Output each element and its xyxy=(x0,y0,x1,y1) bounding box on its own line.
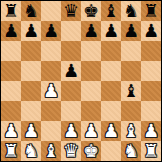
square-e6[interactable] xyxy=(81,41,101,61)
piece-black-knight[interactable]: ♞ xyxy=(23,1,39,21)
square-f5[interactable] xyxy=(101,61,121,81)
square-d6[interactable] xyxy=(61,41,81,61)
square-d5[interactable]: ♟ xyxy=(61,61,81,81)
square-c8[interactable] xyxy=(41,1,61,21)
square-f4[interactable] xyxy=(101,81,121,101)
square-d4[interactable] xyxy=(61,81,81,101)
piece-white-pawn[interactable]: ♟ xyxy=(83,121,99,141)
square-g3[interactable] xyxy=(121,101,141,121)
square-c6[interactable] xyxy=(41,41,61,61)
square-c1[interactable]: ♝ xyxy=(41,141,61,161)
square-c5[interactable] xyxy=(41,61,61,81)
piece-black-bishop[interactable]: ♝ xyxy=(123,81,139,101)
square-e4[interactable] xyxy=(81,81,101,101)
square-b4[interactable] xyxy=(21,81,41,101)
square-e2[interactable]: ♟ xyxy=(81,121,101,141)
square-g8[interactable]: ♞ xyxy=(121,1,141,21)
piece-white-bishop[interactable]: ♝ xyxy=(123,121,139,141)
square-f6[interactable] xyxy=(101,41,121,61)
square-h3[interactable] xyxy=(141,101,161,121)
piece-white-pawn[interactable]: ♟ xyxy=(143,121,159,141)
square-h7[interactable]: ♟ xyxy=(141,21,161,41)
square-f2[interactable]: ♟ xyxy=(101,121,121,141)
piece-white-king[interactable]: ♚ xyxy=(83,141,99,161)
square-a1[interactable]: ♜ xyxy=(1,141,21,161)
piece-white-pawn[interactable]: ♟ xyxy=(103,121,119,141)
square-g7[interactable]: ♟ xyxy=(121,21,141,41)
square-e5[interactable] xyxy=(81,61,101,81)
square-b3[interactable] xyxy=(21,101,41,121)
piece-black-king[interactable]: ♚ xyxy=(83,1,99,21)
square-e3[interactable] xyxy=(81,101,101,121)
square-e7[interactable]: ♟ xyxy=(81,21,101,41)
square-b5[interactable] xyxy=(21,61,41,81)
piece-black-rook[interactable]: ♜ xyxy=(3,1,19,21)
square-b1[interactable]: ♞ xyxy=(21,141,41,161)
square-h1[interactable]: ♜ xyxy=(141,141,161,161)
square-c7[interactable]: ♟ xyxy=(41,21,61,41)
piece-black-pawn[interactable]: ♟ xyxy=(123,21,139,41)
piece-black-pawn[interactable]: ♟ xyxy=(3,21,19,41)
piece-black-pawn[interactable]: ♟ xyxy=(103,21,119,41)
square-g2[interactable]: ♝ xyxy=(121,121,141,141)
square-d1[interactable]: ♛ xyxy=(61,141,81,161)
square-e1[interactable]: ♚ xyxy=(81,141,101,161)
square-d3[interactable] xyxy=(61,101,81,121)
piece-black-knight[interactable]: ♞ xyxy=(123,1,139,21)
square-g1[interactable]: ♞ xyxy=(121,141,141,161)
piece-white-rook[interactable]: ♜ xyxy=(143,141,159,161)
square-e8[interactable]: ♚ xyxy=(81,1,101,21)
chess-board: ♜♞♛♚♝♞♜♟♟♟♟♟♟♟♟♟♝♟♟♟♟♟♝♟♜♞♝♛♚♞♜ xyxy=(0,0,162,162)
piece-black-pawn[interactable]: ♟ xyxy=(83,21,99,41)
square-g6[interactable] xyxy=(121,41,141,61)
square-d8[interactable]: ♛ xyxy=(61,1,81,21)
piece-white-knight[interactable]: ♞ xyxy=(123,141,139,161)
piece-black-rook[interactable]: ♜ xyxy=(143,1,159,21)
piece-black-pawn[interactable]: ♟ xyxy=(23,21,39,41)
piece-white-knight[interactable]: ♞ xyxy=(23,141,39,161)
square-h5[interactable] xyxy=(141,61,161,81)
square-h6[interactable] xyxy=(141,41,161,61)
square-a6[interactable] xyxy=(1,41,21,61)
piece-black-queen[interactable]: ♛ xyxy=(63,1,79,21)
square-h2[interactable]: ♟ xyxy=(141,121,161,141)
square-b8[interactable]: ♞ xyxy=(21,1,41,21)
square-b6[interactable] xyxy=(21,41,41,61)
piece-white-pawn[interactable]: ♟ xyxy=(63,121,79,141)
square-a8[interactable]: ♜ xyxy=(1,1,21,21)
piece-black-pawn[interactable]: ♟ xyxy=(43,21,59,41)
square-g4[interactable]: ♝ xyxy=(121,81,141,101)
square-f3[interactable] xyxy=(101,101,121,121)
piece-black-pawn[interactable]: ♟ xyxy=(143,21,159,41)
square-c3[interactable] xyxy=(41,101,61,121)
square-d7[interactable] xyxy=(61,21,81,41)
square-h4[interactable] xyxy=(141,81,161,101)
piece-black-bishop[interactable]: ♝ xyxy=(103,1,119,21)
square-c2[interactable] xyxy=(41,121,61,141)
square-a4[interactable] xyxy=(1,81,21,101)
square-b2[interactable]: ♟ xyxy=(21,121,41,141)
square-a3[interactable] xyxy=(1,101,21,121)
square-g5[interactable] xyxy=(121,61,141,81)
piece-white-pawn[interactable]: ♟ xyxy=(43,81,59,101)
piece-white-pawn[interactable]: ♟ xyxy=(3,121,19,141)
square-b7[interactable]: ♟ xyxy=(21,21,41,41)
square-f1[interactable] xyxy=(101,141,121,161)
piece-white-bishop[interactable]: ♝ xyxy=(43,141,59,161)
square-a5[interactable] xyxy=(1,61,21,81)
piece-black-pawn[interactable]: ♟ xyxy=(63,61,79,81)
piece-white-rook[interactable]: ♜ xyxy=(3,141,19,161)
piece-white-pawn[interactable]: ♟ xyxy=(23,121,39,141)
square-h8[interactable]: ♜ xyxy=(141,1,161,21)
square-f7[interactable]: ♟ xyxy=(101,21,121,41)
square-a7[interactable]: ♟ xyxy=(1,21,21,41)
square-c4[interactable]: ♟ xyxy=(41,81,61,101)
piece-white-queen[interactable]: ♛ xyxy=(63,141,79,161)
square-f8[interactable]: ♝ xyxy=(101,1,121,21)
square-d2[interactable]: ♟ xyxy=(61,121,81,141)
square-a2[interactable]: ♟ xyxy=(1,121,21,141)
